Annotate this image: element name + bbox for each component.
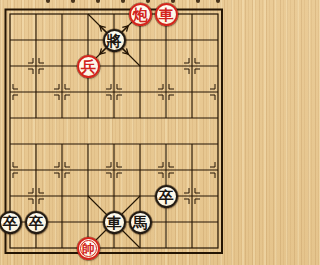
piece-black-horse[interactable]: 馬 — [129, 211, 152, 234]
piece-black-general[interactable]: 將 — [103, 29, 126, 52]
piece-red-soldier[interactable]: 兵 — [77, 55, 100, 78]
red-soldier-glyph: 兵 — [81, 59, 96, 74]
black-chariot-glyph: 車 — [107, 215, 122, 230]
black-general-glyph: 將 — [107, 33, 122, 48]
red-general-glyph: 帥 — [82, 242, 95, 255]
pieces-layer: 炮車將兵卒卒卒車馬帥 — [0, 1, 226, 261]
piece-red-cannon[interactable]: 炮 — [129, 3, 152, 26]
piece-black-soldier-a[interactable]: 卒 — [0, 211, 22, 234]
black-soldier-a-glyph: 卒 — [3, 215, 18, 230]
piece-red-general[interactable]: 帥 — [77, 237, 100, 260]
piece-black-chariot[interactable]: 車 — [103, 211, 126, 234]
black-soldier-b-glyph: 卒 — [29, 215, 44, 230]
piece-red-chariot[interactable]: 車 — [155, 3, 178, 26]
piece-black-soldier-right[interactable]: 卒 — [155, 185, 178, 208]
red-cannon-glyph: 炮 — [133, 7, 148, 22]
xiangqi-board[interactable]: 炮車將兵卒卒卒車馬帥 — [0, 0, 226, 265]
red-chariot-glyph: 車 — [159, 7, 174, 22]
piece-black-soldier-b[interactable]: 卒 — [25, 211, 48, 234]
black-horse-glyph: 馬 — [133, 215, 148, 230]
black-soldier-right-glyph: 卒 — [159, 189, 174, 204]
